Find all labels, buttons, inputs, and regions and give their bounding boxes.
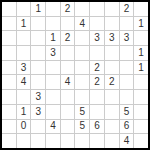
empty-cell-r4c7[interactable] — [105, 61, 119, 75]
empty-cell-r0c3[interactable] — [46, 2, 60, 16]
empty-cell-r9c1[interactable] — [17, 134, 31, 148]
minesweeper-board: 1221411233331321442231355045664 — [0, 0, 150, 150]
clue-cell-r7c5: 5 — [75, 105, 89, 119]
clue-cell-r5c1: 4 — [17, 75, 31, 89]
clue-cell-r5c7: 2 — [105, 75, 119, 89]
empty-cell-r1c8[interactable] — [120, 17, 134, 31]
empty-cell-r9c4[interactable] — [61, 134, 75, 148]
empty-cell-r2c5[interactable] — [75, 31, 89, 45]
clue-cell-r0c4: 2 — [61, 2, 75, 16]
clue-cell-r8c6: 6 — [90, 120, 104, 134]
empty-cell-r4c4[interactable] — [61, 61, 75, 75]
empty-cell-r3c8[interactable] — [120, 46, 134, 60]
clue-cell-r2c6: 3 — [90, 31, 104, 45]
empty-cell-r6c1[interactable] — [17, 90, 31, 104]
clue-cell-r1c5: 4 — [75, 17, 89, 31]
clue-cell-r4c1: 3 — [17, 61, 31, 75]
clue-cell-r1c1: 1 — [17, 17, 31, 31]
empty-cell-r4c2[interactable] — [31, 61, 45, 75]
empty-cell-r7c3[interactable] — [46, 105, 60, 119]
empty-cell-r3c0[interactable] — [2, 46, 16, 60]
empty-cell-r8c4[interactable] — [61, 120, 75, 134]
empty-cell-r3c1[interactable] — [17, 46, 31, 60]
clue-cell-r0c8: 2 — [120, 2, 134, 16]
empty-cell-r9c7[interactable] — [105, 134, 119, 148]
empty-cell-r2c9[interactable] — [134, 31, 148, 45]
clue-cell-r5c6: 2 — [90, 75, 104, 89]
clue-cell-r7c2: 3 — [31, 105, 45, 119]
empty-cell-r3c5[interactable] — [75, 46, 89, 60]
empty-cell-r7c7[interactable] — [105, 105, 119, 119]
empty-cell-r6c9[interactable] — [134, 90, 148, 104]
empty-cell-r7c6[interactable] — [90, 105, 104, 119]
empty-cell-r7c9[interactable] — [134, 105, 148, 119]
empty-cell-r1c0[interactable] — [2, 17, 16, 31]
clue-cell-r8c5: 5 — [75, 120, 89, 134]
empty-cell-r8c2[interactable] — [31, 120, 45, 134]
empty-cell-r4c3[interactable] — [46, 61, 60, 75]
empty-cell-r9c9[interactable] — [134, 134, 148, 148]
empty-cell-r1c4[interactable] — [61, 17, 75, 31]
empty-cell-r6c0[interactable] — [2, 90, 16, 104]
clue-cell-r7c1: 1 — [17, 105, 31, 119]
empty-cell-r1c3[interactable] — [46, 17, 60, 31]
clue-cell-r4c9: 1 — [134, 61, 148, 75]
empty-cell-r9c3[interactable] — [46, 134, 60, 148]
clue-cell-r7c8: 5 — [120, 105, 134, 119]
empty-cell-r2c2[interactable] — [31, 31, 45, 45]
empty-cell-r3c6[interactable] — [90, 46, 104, 60]
empty-cell-r5c9[interactable] — [134, 75, 148, 89]
empty-cell-r5c2[interactable] — [31, 75, 45, 89]
empty-cell-r6c4[interactable] — [61, 90, 75, 104]
clue-cell-r8c8: 6 — [120, 120, 134, 134]
empty-cell-r1c7[interactable] — [105, 17, 119, 31]
empty-cell-r5c5[interactable] — [75, 75, 89, 89]
empty-cell-r6c7[interactable] — [105, 90, 119, 104]
empty-cell-r9c2[interactable] — [31, 134, 45, 148]
empty-cell-r8c7[interactable] — [105, 120, 119, 134]
empty-cell-r0c6[interactable] — [90, 2, 104, 16]
empty-cell-r9c5[interactable] — [75, 134, 89, 148]
empty-cell-r3c2[interactable] — [31, 46, 45, 60]
empty-cell-r1c2[interactable] — [31, 17, 45, 31]
empty-cell-r9c6[interactable] — [90, 134, 104, 148]
empty-cell-r0c9[interactable] — [134, 2, 148, 16]
empty-cell-r4c0[interactable] — [2, 61, 16, 75]
empty-cell-r9c0[interactable] — [2, 134, 16, 148]
empty-cell-r8c9[interactable] — [134, 120, 148, 134]
empty-cell-r3c7[interactable] — [105, 46, 119, 60]
empty-cell-r0c1[interactable] — [17, 2, 31, 16]
empty-cell-r5c3[interactable] — [46, 75, 60, 89]
clue-cell-r4c6: 2 — [90, 61, 104, 75]
clue-cell-r2c7: 3 — [105, 31, 119, 45]
clue-cell-r5c4: 4 — [61, 75, 75, 89]
clue-cell-r8c1: 0 — [17, 120, 31, 134]
empty-cell-r6c3[interactable] — [46, 90, 60, 104]
empty-cell-r2c0[interactable] — [2, 31, 16, 45]
empty-cell-r6c6[interactable] — [90, 90, 104, 104]
clue-cell-r2c4: 2 — [61, 31, 75, 45]
empty-cell-r5c8[interactable] — [120, 75, 134, 89]
empty-cell-r3c4[interactable] — [61, 46, 75, 60]
empty-cell-r1c6[interactable] — [90, 17, 104, 31]
clue-cell-r2c3: 1 — [46, 31, 60, 45]
empty-cell-r2c1[interactable] — [17, 31, 31, 45]
clue-cell-r1c9: 1 — [134, 17, 148, 31]
empty-cell-r5c0[interactable] — [2, 75, 16, 89]
clue-cell-r3c3: 3 — [46, 46, 60, 60]
clue-cell-r6c2: 3 — [31, 90, 45, 104]
empty-cell-r7c4[interactable] — [61, 105, 75, 119]
empty-cell-r6c8[interactable] — [120, 90, 134, 104]
clue-cell-r8c3: 4 — [46, 120, 60, 134]
clue-cell-r0c2: 1 — [31, 2, 45, 16]
clue-cell-r9c8: 4 — [120, 134, 134, 148]
empty-cell-r6c5[interactable] — [75, 90, 89, 104]
empty-cell-r0c7[interactable] — [105, 2, 119, 16]
clue-cell-r3c9: 1 — [134, 46, 148, 60]
empty-cell-r0c0[interactable] — [2, 2, 16, 16]
empty-cell-r8c0[interactable] — [2, 120, 16, 134]
clue-cell-r2c8: 3 — [120, 31, 134, 45]
empty-cell-r4c5[interactable] — [75, 61, 89, 75]
empty-cell-r4c8[interactable] — [120, 61, 134, 75]
empty-cell-r0c5[interactable] — [75, 2, 89, 16]
empty-cell-r7c0[interactable] — [2, 105, 16, 119]
